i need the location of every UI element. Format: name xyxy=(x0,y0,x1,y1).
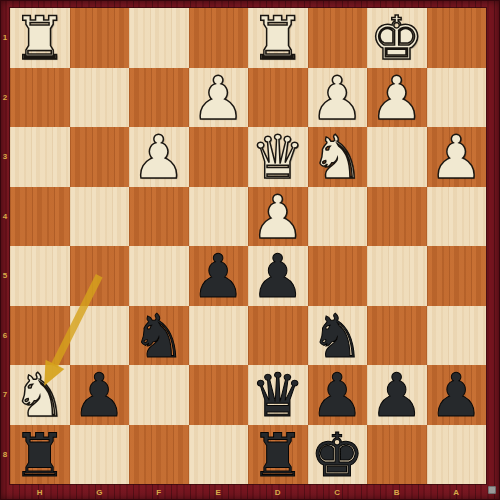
square-a7[interactable]: ♟ xyxy=(427,365,487,425)
piece-wP-c2[interactable]: ♟ xyxy=(310,69,364,129)
piece-wR-h1[interactable]: ♜ xyxy=(13,9,67,69)
square-c5[interactable] xyxy=(308,246,368,306)
piece-wP-f3[interactable]: ♟ xyxy=(132,128,186,188)
piece-wN-h7[interactable]: ♞ xyxy=(13,366,67,426)
square-c4[interactable] xyxy=(308,187,368,247)
piece-wK-b1[interactable]: ♚ xyxy=(370,9,424,69)
square-a5[interactable] xyxy=(427,246,487,306)
square-d2[interactable] xyxy=(248,68,308,128)
piece-bK-c8[interactable]: ♚ xyxy=(310,426,364,486)
square-f8[interactable] xyxy=(129,425,189,485)
square-f6[interactable]: ♞ xyxy=(129,306,189,366)
square-b2[interactable]: ♟ xyxy=(367,68,427,128)
square-c8[interactable]: ♚ xyxy=(308,425,368,485)
piece-bP-d5[interactable]: ♟ xyxy=(251,247,305,307)
square-d7[interactable]: ♛ xyxy=(248,365,308,425)
file-label-a: A xyxy=(427,484,487,500)
file-label-e: E xyxy=(189,484,249,500)
square-b3[interactable] xyxy=(367,127,427,187)
rank-label-5: 5 xyxy=(0,246,10,306)
square-a4[interactable] xyxy=(427,187,487,247)
piece-bP-e5[interactable]: ♟ xyxy=(191,247,245,307)
square-b7[interactable]: ♟ xyxy=(367,365,427,425)
file-labels: HGFEDCBA xyxy=(10,484,486,500)
square-c7[interactable]: ♟ xyxy=(308,365,368,425)
square-d5[interactable]: ♟ xyxy=(248,246,308,306)
piece-bP-b7[interactable]: ♟ xyxy=(370,366,424,426)
square-h6[interactable] xyxy=(10,306,70,366)
square-b6[interactable] xyxy=(367,306,427,366)
piece-bP-c7[interactable]: ♟ xyxy=(310,366,364,426)
piece-bP-a7[interactable]: ♟ xyxy=(429,366,483,426)
square-g8[interactable] xyxy=(70,425,130,485)
rank-label-3: 3 xyxy=(0,127,10,187)
square-e4[interactable] xyxy=(189,187,249,247)
square-g5[interactable] xyxy=(70,246,130,306)
piece-wR-d1[interactable]: ♜ xyxy=(251,9,305,69)
square-h5[interactable] xyxy=(10,246,70,306)
resize-grip[interactable] xyxy=(488,486,496,494)
piece-wP-d4[interactable]: ♟ xyxy=(251,188,305,248)
square-f3[interactable]: ♟ xyxy=(129,127,189,187)
piece-wP-e2[interactable]: ♟ xyxy=(191,69,245,129)
square-e2[interactable]: ♟ xyxy=(189,68,249,128)
square-a8[interactable] xyxy=(427,425,487,485)
square-a2[interactable] xyxy=(427,68,487,128)
chess-board-frame: 12345678 HGFEDCBA ♜♜♚♟♟♟♟♛♞♟♟♟♟♞♞♞♟♛♟♟♟♜… xyxy=(0,0,500,500)
file-label-g: G xyxy=(70,484,130,500)
square-d8[interactable]: ♜ xyxy=(248,425,308,485)
square-h1[interactable]: ♜ xyxy=(10,8,70,68)
square-b8[interactable] xyxy=(367,425,427,485)
square-c3[interactable]: ♞ xyxy=(308,127,368,187)
square-e7[interactable] xyxy=(189,365,249,425)
piece-bR-d8[interactable]: ♜ xyxy=(251,426,305,486)
square-a6[interactable] xyxy=(427,306,487,366)
square-b5[interactable] xyxy=(367,246,427,306)
square-d3[interactable]: ♛ xyxy=(248,127,308,187)
rank-label-1: 1 xyxy=(0,8,10,68)
square-f2[interactable] xyxy=(129,68,189,128)
piece-bP-g7[interactable]: ♟ xyxy=(72,366,126,426)
square-b1[interactable]: ♚ xyxy=(367,8,427,68)
rank-label-8: 8 xyxy=(0,425,10,485)
square-f7[interactable] xyxy=(129,365,189,425)
square-e8[interactable] xyxy=(189,425,249,485)
square-f1[interactable] xyxy=(129,8,189,68)
square-d4[interactable]: ♟ xyxy=(248,187,308,247)
square-a1[interactable] xyxy=(427,8,487,68)
piece-bN-c6[interactable]: ♞ xyxy=(310,307,364,367)
square-a3[interactable]: ♟ xyxy=(427,127,487,187)
square-f5[interactable] xyxy=(129,246,189,306)
piece-wQ-d3[interactable]: ♛ xyxy=(251,128,305,188)
square-h3[interactable] xyxy=(10,127,70,187)
square-c6[interactable]: ♞ xyxy=(308,306,368,366)
rank-label-2: 2 xyxy=(0,68,10,128)
file-label-b: B xyxy=(367,484,427,500)
square-d1[interactable]: ♜ xyxy=(248,8,308,68)
piece-wP-a3[interactable]: ♟ xyxy=(429,128,483,188)
rank-label-7: 7 xyxy=(0,365,10,425)
square-b4[interactable] xyxy=(367,187,427,247)
piece-wN-c3[interactable]: ♞ xyxy=(310,128,364,188)
square-e5[interactable]: ♟ xyxy=(189,246,249,306)
rank-label-6: 6 xyxy=(0,306,10,366)
rank-label-4: 4 xyxy=(0,187,10,247)
chessboard[interactable]: ♜♜♚♟♟♟♟♛♞♟♟♟♟♞♞♞♟♛♟♟♟♜♜♚ xyxy=(10,8,486,484)
square-c2[interactable]: ♟ xyxy=(308,68,368,128)
square-h2[interactable] xyxy=(10,68,70,128)
square-g7[interactable]: ♟ xyxy=(70,365,130,425)
square-g1[interactable] xyxy=(70,8,130,68)
square-e1[interactable] xyxy=(189,8,249,68)
piece-bN-f6[interactable]: ♞ xyxy=(132,307,186,367)
square-g3[interactable] xyxy=(70,127,130,187)
square-g4[interactable] xyxy=(70,187,130,247)
rank-labels: 12345678 xyxy=(0,8,10,484)
piece-bR-h8[interactable]: ♜ xyxy=(13,426,67,486)
square-h8[interactable]: ♜ xyxy=(10,425,70,485)
square-f4[interactable] xyxy=(129,187,189,247)
square-e6[interactable] xyxy=(189,306,249,366)
square-g2[interactable] xyxy=(70,68,130,128)
square-c1[interactable] xyxy=(308,8,368,68)
square-d6[interactable] xyxy=(248,306,308,366)
square-h4[interactable] xyxy=(10,187,70,247)
square-g6[interactable] xyxy=(70,306,130,366)
piece-bQ-d7[interactable]: ♛ xyxy=(251,366,305,426)
file-label-f: F xyxy=(129,484,189,500)
piece-wP-b2[interactable]: ♟ xyxy=(370,69,424,129)
square-h7[interactable]: ♞ xyxy=(10,365,70,425)
square-e3[interactable] xyxy=(189,127,249,187)
